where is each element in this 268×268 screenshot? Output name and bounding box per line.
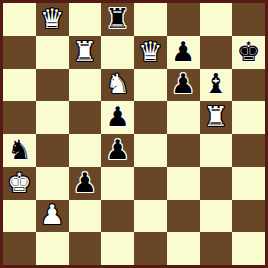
square-c2[interactable]: [69, 200, 102, 233]
white-rook: ♜: [204, 103, 228, 130]
square-e7[interactable]: ♛: [134, 36, 167, 69]
square-e4[interactable]: [134, 134, 167, 167]
black-pawn: ♟: [73, 169, 97, 196]
square-d5[interactable]: ♟: [101, 101, 134, 134]
white-king: ♚: [7, 169, 31, 196]
white-queen: ♛: [138, 38, 162, 65]
square-g3[interactable]: [200, 167, 233, 200]
square-e2[interactable]: [134, 200, 167, 233]
square-g5[interactable]: ♜: [200, 101, 233, 134]
square-a8[interactable]: [3, 3, 36, 36]
square-f5[interactable]: [167, 101, 200, 134]
black-rook: ♜: [106, 5, 130, 32]
white-queen: ♛: [40, 5, 64, 32]
square-h1[interactable]: [232, 232, 265, 265]
black-pawn: ♟: [106, 103, 130, 130]
square-g8[interactable]: [200, 3, 233, 36]
black-knight: ♞: [7, 136, 31, 163]
square-a5[interactable]: [3, 101, 36, 134]
square-f2[interactable]: [167, 200, 200, 233]
chess-board: ♛♜♜♛♟♚♞♟♝♟♜♞♟♚♟♟: [3, 3, 265, 265]
square-g4[interactable]: [200, 134, 233, 167]
square-c8[interactable]: [69, 3, 102, 36]
square-d2[interactable]: [101, 200, 134, 233]
square-b6[interactable]: [36, 69, 69, 102]
square-e3[interactable]: [134, 167, 167, 200]
square-e1[interactable]: [134, 232, 167, 265]
square-a7[interactable]: [3, 36, 36, 69]
board-frame: ♛♜♜♛♟♚♞♟♝♟♜♞♟♚♟♟: [0, 0, 268, 268]
square-b5[interactable]: [36, 101, 69, 134]
black-bishop: ♝: [204, 70, 228, 97]
square-g6[interactable]: ♝: [200, 69, 233, 102]
square-h2[interactable]: [232, 200, 265, 233]
square-f7[interactable]: ♟: [167, 36, 200, 69]
square-c1[interactable]: [69, 232, 102, 265]
square-b7[interactable]: [36, 36, 69, 69]
square-h8[interactable]: [232, 3, 265, 36]
square-g7[interactable]: [200, 36, 233, 69]
square-f6[interactable]: ♟: [167, 69, 200, 102]
square-b3[interactable]: [36, 167, 69, 200]
square-b8[interactable]: ♛: [36, 3, 69, 36]
square-h6[interactable]: [232, 69, 265, 102]
square-g1[interactable]: [200, 232, 233, 265]
square-h7[interactable]: ♚: [232, 36, 265, 69]
square-c6[interactable]: [69, 69, 102, 102]
square-c7[interactable]: ♜: [69, 36, 102, 69]
square-b2[interactable]: ♟: [36, 200, 69, 233]
black-king: ♚: [237, 38, 261, 65]
white-knight: ♞: [106, 70, 130, 97]
square-g2[interactable]: [200, 200, 233, 233]
square-a4[interactable]: ♞: [3, 134, 36, 167]
square-h5[interactable]: [232, 101, 265, 134]
square-c4[interactable]: [69, 134, 102, 167]
square-b1[interactable]: [36, 232, 69, 265]
square-e8[interactable]: [134, 3, 167, 36]
black-pawn: ♟: [171, 38, 195, 65]
square-c5[interactable]: [69, 101, 102, 134]
white-pawn: ♟: [40, 201, 64, 228]
square-e6[interactable]: [134, 69, 167, 102]
square-e5[interactable]: [134, 101, 167, 134]
square-d3[interactable]: [101, 167, 134, 200]
black-pawn: ♟: [106, 136, 130, 163]
square-d1[interactable]: [101, 232, 134, 265]
square-f8[interactable]: [167, 3, 200, 36]
white-rook: ♜: [73, 38, 97, 65]
square-h4[interactable]: [232, 134, 265, 167]
square-d8[interactable]: ♜: [101, 3, 134, 36]
square-d7[interactable]: [101, 36, 134, 69]
square-a6[interactable]: [3, 69, 36, 102]
square-f4[interactable]: [167, 134, 200, 167]
square-f3[interactable]: [167, 167, 200, 200]
black-pawn: ♟: [171, 70, 195, 97]
square-b4[interactable]: [36, 134, 69, 167]
square-f1[interactable]: [167, 232, 200, 265]
square-a3[interactable]: ♚: [3, 167, 36, 200]
square-h3[interactable]: [232, 167, 265, 200]
square-a1[interactable]: [3, 232, 36, 265]
square-d6[interactable]: ♞: [101, 69, 134, 102]
square-a2[interactable]: [3, 200, 36, 233]
square-c3[interactable]: ♟: [69, 167, 102, 200]
square-d4[interactable]: ♟: [101, 134, 134, 167]
